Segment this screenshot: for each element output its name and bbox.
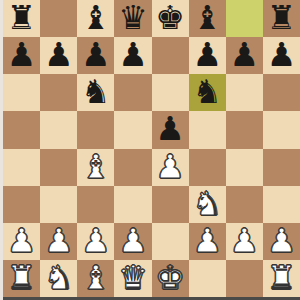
piece-white-pawn[interactable]: ♟ [267, 224, 297, 257]
piece-white-pawn[interactable]: ♟ [44, 224, 74, 257]
piece-white-rook[interactable]: ♜ [7, 261, 37, 294]
piece-white-pawn[interactable]: ♟ [81, 224, 111, 257]
piece-black-pawn[interactable]: ♟ [7, 38, 37, 71]
square-e5[interactable]: ♟ [152, 111, 189, 148]
square-a4[interactable] [3, 149, 40, 186]
square-e2[interactable] [152, 223, 189, 260]
piece-black-knight[interactable]: ♞ [81, 75, 111, 108]
square-d6[interactable] [114, 74, 151, 111]
square-f8[interactable]: ♝ [189, 0, 226, 37]
piece-white-pawn[interactable]: ♟ [155, 150, 185, 183]
square-e6[interactable] [152, 74, 189, 111]
chess-board: ♜♝♛♚♝♜♟♟♟♟♟♟♟♞♞♟♝♟♞♟♟♟♟♟♟♟♜♞♝♛♚♜ [3, 0, 300, 297]
square-h3[interactable] [263, 186, 300, 223]
piece-white-rook[interactable]: ♜ [267, 261, 297, 294]
piece-black-pawn[interactable]: ♟ [155, 112, 185, 145]
piece-black-bishop[interactable]: ♝ [81, 1, 111, 34]
square-g8[interactable] [226, 0, 263, 37]
square-a1[interactable]: ♜ [3, 260, 40, 297]
piece-white-king[interactable]: ♚ [155, 261, 185, 294]
piece-white-knight[interactable]: ♞ [44, 261, 74, 294]
square-g7[interactable]: ♟ [226, 37, 263, 74]
square-h6[interactable] [263, 74, 300, 111]
square-d3[interactable] [114, 186, 151, 223]
square-a8[interactable]: ♜ [3, 0, 40, 37]
square-h7[interactable]: ♟ [263, 37, 300, 74]
square-a5[interactable] [3, 111, 40, 148]
square-f3[interactable]: ♞ [189, 186, 226, 223]
square-f6[interactable]: ♞ [189, 74, 226, 111]
square-b7[interactable]: ♟ [40, 37, 77, 74]
square-e8[interactable]: ♚ [152, 0, 189, 37]
piece-white-pawn[interactable]: ♟ [230, 224, 260, 257]
square-h5[interactable] [263, 111, 300, 148]
square-c3[interactable] [77, 186, 114, 223]
square-f7[interactable]: ♟ [189, 37, 226, 74]
square-d5[interactable] [114, 111, 151, 148]
square-c4[interactable]: ♝ [77, 149, 114, 186]
square-g4[interactable] [226, 149, 263, 186]
square-g2[interactable]: ♟ [226, 223, 263, 260]
piece-black-king[interactable]: ♚ [155, 1, 185, 34]
square-e7[interactable] [152, 37, 189, 74]
piece-white-pawn[interactable]: ♟ [7, 224, 37, 257]
piece-black-rook[interactable]: ♜ [267, 1, 297, 34]
piece-black-pawn[interactable]: ♟ [230, 38, 260, 71]
square-a3[interactable] [3, 186, 40, 223]
square-g6[interactable] [226, 74, 263, 111]
piece-white-bishop[interactable]: ♝ [81, 150, 111, 183]
piece-black-rook[interactable]: ♜ [7, 1, 37, 34]
square-f4[interactable] [189, 149, 226, 186]
square-f1[interactable] [189, 260, 226, 297]
square-g5[interactable] [226, 111, 263, 148]
square-b5[interactable] [40, 111, 77, 148]
chess-board-widget: ♜♝♛♚♝♜♟♟♟♟♟♟♟♞♞♟♝♟♞♟♟♟♟♟♟♟♜♞♝♛♚♜ [0, 0, 300, 300]
piece-white-pawn[interactable]: ♟ [192, 224, 222, 257]
square-g1[interactable] [226, 260, 263, 297]
square-b3[interactable] [40, 186, 77, 223]
piece-black-pawn[interactable]: ♟ [81, 38, 111, 71]
square-c1[interactable]: ♝ [77, 260, 114, 297]
piece-white-bishop[interactable]: ♝ [81, 261, 111, 294]
square-a2[interactable]: ♟ [3, 223, 40, 260]
piece-black-knight[interactable]: ♞ [192, 75, 222, 108]
square-e1[interactable]: ♚ [152, 260, 189, 297]
square-e3[interactable] [152, 186, 189, 223]
square-f5[interactable] [189, 111, 226, 148]
square-a6[interactable] [3, 74, 40, 111]
square-c6[interactable]: ♞ [77, 74, 114, 111]
square-b8[interactable] [40, 0, 77, 37]
piece-black-pawn[interactable]: ♟ [192, 38, 222, 71]
square-c2[interactable]: ♟ [77, 223, 114, 260]
square-f2[interactable]: ♟ [189, 223, 226, 260]
piece-black-bishop[interactable]: ♝ [192, 1, 222, 34]
square-b4[interactable] [40, 149, 77, 186]
square-h4[interactable] [263, 149, 300, 186]
square-e4[interactable]: ♟ [152, 149, 189, 186]
square-h2[interactable]: ♟ [263, 223, 300, 260]
piece-black-pawn[interactable]: ♟ [44, 38, 74, 71]
square-b1[interactable]: ♞ [40, 260, 77, 297]
square-h8[interactable]: ♜ [263, 0, 300, 37]
square-a7[interactable]: ♟ [3, 37, 40, 74]
piece-black-pawn[interactable]: ♟ [118, 38, 148, 71]
square-b6[interactable] [40, 74, 77, 111]
piece-white-queen[interactable]: ♛ [118, 261, 148, 294]
square-h1[interactable]: ♜ [263, 260, 300, 297]
square-g3[interactable] [226, 186, 263, 223]
square-c8[interactable]: ♝ [77, 0, 114, 37]
square-d1[interactable]: ♛ [114, 260, 151, 297]
square-c7[interactable]: ♟ [77, 37, 114, 74]
piece-white-knight[interactable]: ♞ [192, 187, 222, 220]
square-b2[interactable]: ♟ [40, 223, 77, 260]
piece-white-pawn[interactable]: ♟ [118, 224, 148, 257]
square-d2[interactable]: ♟ [114, 223, 151, 260]
square-d4[interactable] [114, 149, 151, 186]
square-c5[interactable] [77, 111, 114, 148]
square-d7[interactable]: ♟ [114, 37, 151, 74]
piece-black-pawn[interactable]: ♟ [267, 38, 297, 71]
square-d8[interactable]: ♛ [114, 0, 151, 37]
piece-black-queen[interactable]: ♛ [118, 1, 148, 34]
